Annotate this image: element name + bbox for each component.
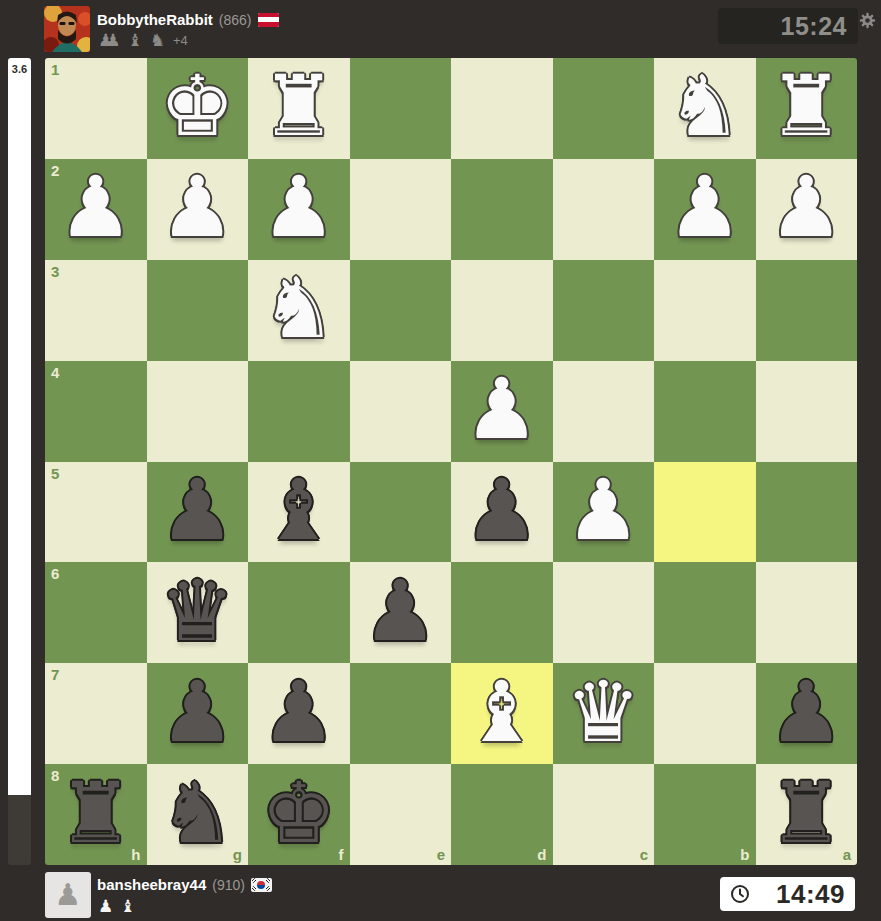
square-a6[interactable]	[756, 562, 858, 663]
square-c5[interactable]: ♟	[553, 462, 655, 563]
eval-score: 3.6	[8, 63, 31, 75]
square-c4[interactable]	[553, 361, 655, 462]
clock-icon	[730, 884, 750, 904]
square-c1[interactable]	[553, 58, 655, 159]
black-pawn[interactable]: ♟	[261, 670, 336, 754]
square-b2[interactable]: ♟	[654, 159, 756, 260]
square-b4[interactable]	[654, 361, 756, 462]
square-f3[interactable]: ♞	[248, 260, 350, 361]
rank-label-6: 6	[51, 565, 59, 582]
black-knight[interactable]: ♞	[160, 771, 235, 855]
square-b5[interactable]	[654, 462, 756, 563]
square-e4[interactable]	[350, 361, 452, 462]
top-player-captured-pieces: ♟♟♝♞ +4	[98, 31, 188, 49]
square-g2[interactable]: ♟	[147, 159, 249, 260]
white-bishop[interactable]: ♝	[464, 670, 539, 754]
white-knight[interactable]: ♞	[261, 266, 336, 350]
white-king[interactable]: ♚	[160, 64, 235, 148]
captured-piece-icon: ♟	[98, 898, 113, 915]
square-c2[interactable]	[553, 159, 655, 260]
bottom-clock-time: 14:49	[750, 879, 845, 910]
top-player-avatar[interactable]	[44, 6, 90, 52]
default-pawn-avatar-icon: ♟	[55, 880, 82, 910]
captured-piece-icon: ♝	[120, 898, 135, 915]
captured-piece-icon: ♟♟	[98, 32, 120, 49]
top-player-rating: (866)	[219, 12, 252, 28]
top-player-clock: 15:24	[718, 8, 858, 44]
square-h7[interactable]: 7	[45, 663, 147, 764]
square-b8[interactable]: b	[654, 764, 756, 865]
square-h6[interactable]: 6	[45, 562, 147, 663]
black-pawn[interactable]: ♟	[363, 569, 438, 653]
white-queen[interactable]: ♛	[566, 670, 641, 754]
square-h3[interactable]: 3	[45, 260, 147, 361]
square-h4[interactable]: 4	[45, 361, 147, 462]
bottom-player-name[interactable]: bansheebray44	[97, 876, 206, 893]
avatar-artwork	[44, 6, 90, 52]
square-f7[interactable]: ♟	[248, 663, 350, 764]
white-knight[interactable]: ♞	[667, 64, 742, 148]
square-a7[interactable]: ♟	[756, 663, 858, 764]
file-label-d: d	[537, 846, 546, 863]
rank-label-4: 4	[51, 364, 59, 381]
rank-label-8: 8	[51, 767, 59, 784]
rank-label-3: 3	[51, 263, 59, 280]
square-a2[interactable]: ♟	[756, 159, 858, 260]
black-pawn[interactable]: ♟	[769, 670, 844, 754]
square-b1[interactable]: ♞	[654, 58, 756, 159]
chess-board: 1♚♜♞♜♟2♟♟♟♟3♞4♟5♟♝♟♟6♛♟7♟♟♝♛♟♜8h♞g♚fedcb…	[45, 58, 857, 865]
bottom-player-avatar[interactable]: ♟	[45, 872, 91, 918]
square-c6[interactable]	[553, 562, 655, 663]
square-g7[interactable]: ♟	[147, 663, 249, 764]
square-b7[interactable]	[654, 663, 756, 764]
square-d3[interactable]	[451, 260, 553, 361]
file-label-e: e	[437, 846, 445, 863]
file-label-g: g	[233, 846, 242, 863]
file-label-h: h	[131, 846, 140, 863]
captured-piece-icon: ♝	[127, 32, 142, 49]
square-g3[interactable]	[147, 260, 249, 361]
square-d6[interactable]	[451, 562, 553, 663]
square-c7[interactable]: ♛	[553, 663, 655, 764]
square-f1[interactable]: ♜	[248, 58, 350, 159]
white-rook[interactable]: ♜	[769, 64, 844, 148]
square-f2[interactable]: ♟	[248, 159, 350, 260]
white-pawn[interactable]: ♟	[261, 165, 336, 249]
white-pawn[interactable]: ♟	[160, 165, 235, 249]
square-a4[interactable]	[756, 361, 858, 462]
square-h1[interactable]: 1	[45, 58, 147, 159]
square-a3[interactable]	[756, 260, 858, 361]
captured-piece-icon: ♞	[150, 32, 165, 49]
square-g5[interactable]: ♟	[147, 462, 249, 563]
square-d8[interactable]: d	[451, 764, 553, 865]
square-a8[interactable]: ♜a	[756, 764, 858, 865]
file-label-b: b	[740, 846, 749, 863]
square-g1[interactable]: ♚	[147, 58, 249, 159]
black-king[interactable]: ♚	[261, 771, 336, 855]
top-player-name[interactable]: BobbytheRabbit	[97, 11, 213, 28]
square-b3[interactable]	[654, 260, 756, 361]
black-queen[interactable]: ♛	[160, 569, 235, 653]
square-d2[interactable]	[451, 159, 553, 260]
black-pawn[interactable]: ♟	[160, 468, 235, 552]
square-e3[interactable]	[350, 260, 452, 361]
white-pawn[interactable]: ♟	[58, 165, 133, 249]
square-f8[interactable]: ♚f	[248, 764, 350, 865]
white-pawn[interactable]: ♟	[667, 165, 742, 249]
square-e5[interactable]	[350, 462, 452, 563]
white-pawn[interactable]: ♟	[769, 165, 844, 249]
chess-game-screen: BobbytheRabbit (866) ♟♟♝♞ +4 15:24	[0, 0, 881, 921]
austria-flag-icon	[258, 13, 279, 27]
white-rook[interactable]: ♜	[261, 64, 336, 148]
settings-gear-icon[interactable]	[859, 12, 876, 29]
black-bishop[interactable]: ♝	[261, 468, 336, 552]
white-pawn[interactable]: ♟	[566, 468, 641, 552]
rank-label-5: 5	[51, 465, 59, 482]
square-g6[interactable]: ♛	[147, 562, 249, 663]
square-e6[interactable]: ♟	[350, 562, 452, 663]
bottom-player-captured-pieces: ♟♝	[98, 897, 143, 915]
rank-label-2: 2	[51, 162, 59, 179]
top-clock-time: 15:24	[781, 12, 847, 41]
square-d4[interactable]: ♟	[451, 361, 553, 462]
black-rook[interactable]: ♜	[58, 771, 133, 855]
square-g4[interactable]	[147, 361, 249, 462]
square-h5[interactable]: 5	[45, 462, 147, 563]
square-a5[interactable]	[756, 462, 858, 563]
file-label-c: c	[640, 846, 648, 863]
material-advantage: +4	[173, 33, 188, 48]
square-e8[interactable]: e	[350, 764, 452, 865]
square-a1[interactable]: ♜	[756, 58, 858, 159]
white-pawn[interactable]: ♟	[464, 367, 539, 451]
black-pawn[interactable]: ♟	[464, 468, 539, 552]
black-rook[interactable]: ♜	[769, 771, 844, 855]
square-d5[interactable]: ♟	[451, 462, 553, 563]
square-c8[interactable]: c	[553, 764, 655, 865]
square-h8[interactable]: ♜8h	[45, 764, 147, 865]
square-b6[interactable]	[654, 562, 756, 663]
bottom-player-clock: 14:49	[720, 877, 855, 911]
rank-label-7: 7	[51, 666, 59, 683]
square-f6[interactable]	[248, 562, 350, 663]
south-korea-flag-icon	[251, 878, 272, 892]
square-f5[interactable]: ♝	[248, 462, 350, 563]
square-g8[interactable]: ♞g	[147, 764, 249, 865]
bottom-player-rating: (910)	[212, 877, 245, 893]
square-d1[interactable]	[451, 58, 553, 159]
black-pawn[interactable]: ♟	[160, 670, 235, 754]
rank-label-1: 1	[51, 61, 59, 78]
file-label-f: f	[339, 846, 344, 863]
square-e2[interactable]	[350, 159, 452, 260]
square-h2[interactable]: ♟2	[45, 159, 147, 260]
square-c3[interactable]	[553, 260, 655, 361]
eval-bar-white-section: 3.6	[8, 58, 31, 795]
square-f4[interactable]	[248, 361, 350, 462]
square-e1[interactable]	[350, 58, 452, 159]
square-d7[interactable]: ♝	[451, 663, 553, 764]
file-label-a: a	[843, 846, 851, 863]
eval-bar: 3.6	[8, 58, 31, 865]
square-e7[interactable]	[350, 663, 452, 764]
